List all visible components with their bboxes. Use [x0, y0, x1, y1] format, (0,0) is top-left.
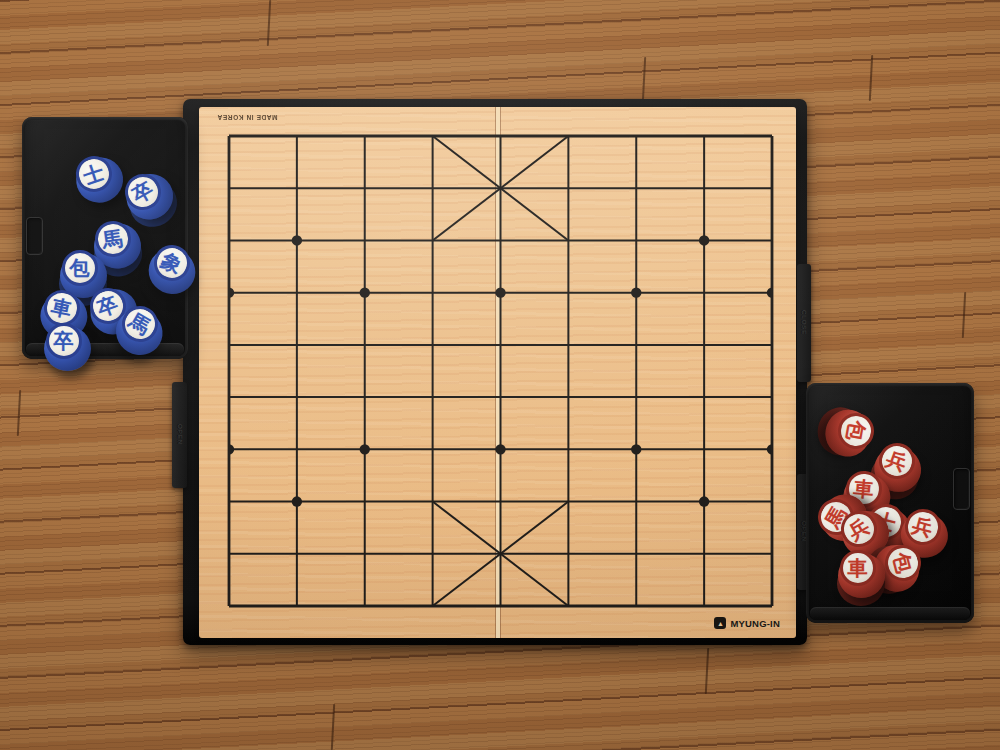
- star-point: [495, 287, 505, 297]
- star-point: [229, 444, 234, 454]
- piece-glyph: 車: [50, 296, 74, 320]
- piece-glyph: 馬: [101, 227, 124, 250]
- star-point: [292, 235, 302, 245]
- latch-open-left[interactable]: OPEN: [172, 382, 187, 488]
- star-point: [495, 444, 505, 454]
- tray-right-lip: [810, 607, 970, 620]
- star-point: [767, 287, 772, 297]
- board-grid: [199, 107, 796, 638]
- myungin-logo-icon: ▲: [714, 617, 726, 629]
- brand-badge: ▲ MYUNG-IN: [714, 617, 780, 629]
- piece-glyph: 馬: [126, 310, 153, 337]
- piece-glyph: 卒: [54, 331, 74, 351]
- star-point: [699, 235, 709, 245]
- piece-glyph: 士: [81, 161, 106, 186]
- star-point: [767, 444, 772, 454]
- piece-face: 卒: [46, 323, 82, 359]
- piece-glyph: 兵: [910, 514, 934, 538]
- star-point: [229, 287, 234, 297]
- latch-close-right[interactable]: CLOSE: [797, 264, 811, 382]
- piece-face: 車: [840, 550, 876, 586]
- piece-glyph: 象: [158, 249, 185, 276]
- piece-glyph: 包: [891, 550, 915, 574]
- piece-glyph: 卒: [95, 293, 121, 319]
- piece-face: 包: [62, 250, 98, 286]
- piece-glyph: 兵: [845, 515, 872, 542]
- latch-open-left-label: OPEN: [177, 424, 183, 445]
- star-point: [631, 444, 641, 454]
- janggi-board: MADE IN KOREA ▲ MYUNG-IN: [199, 107, 796, 638]
- tray-right-handle[interactable]: [953, 468, 970, 510]
- piece-glyph: 卒: [129, 178, 156, 205]
- piece-glyph: 車: [853, 478, 875, 500]
- made-in-korea-label: MADE IN KOREA: [217, 114, 278, 121]
- piece-glyph: 車: [848, 558, 868, 578]
- piece-glyph: 包: [845, 419, 868, 442]
- latch-close-label: CLOSE: [801, 310, 807, 335]
- piece-glyph: 包: [70, 258, 90, 278]
- piece-glyph: 兵: [884, 448, 910, 474]
- star-point: [631, 287, 641, 297]
- star-point: [699, 496, 709, 506]
- brand-name: MYUNG-IN: [730, 618, 780, 629]
- star-point: [292, 496, 302, 506]
- star-point: [360, 444, 370, 454]
- star-point: [360, 287, 370, 297]
- tray-left-handle[interactable]: [26, 217, 43, 255]
